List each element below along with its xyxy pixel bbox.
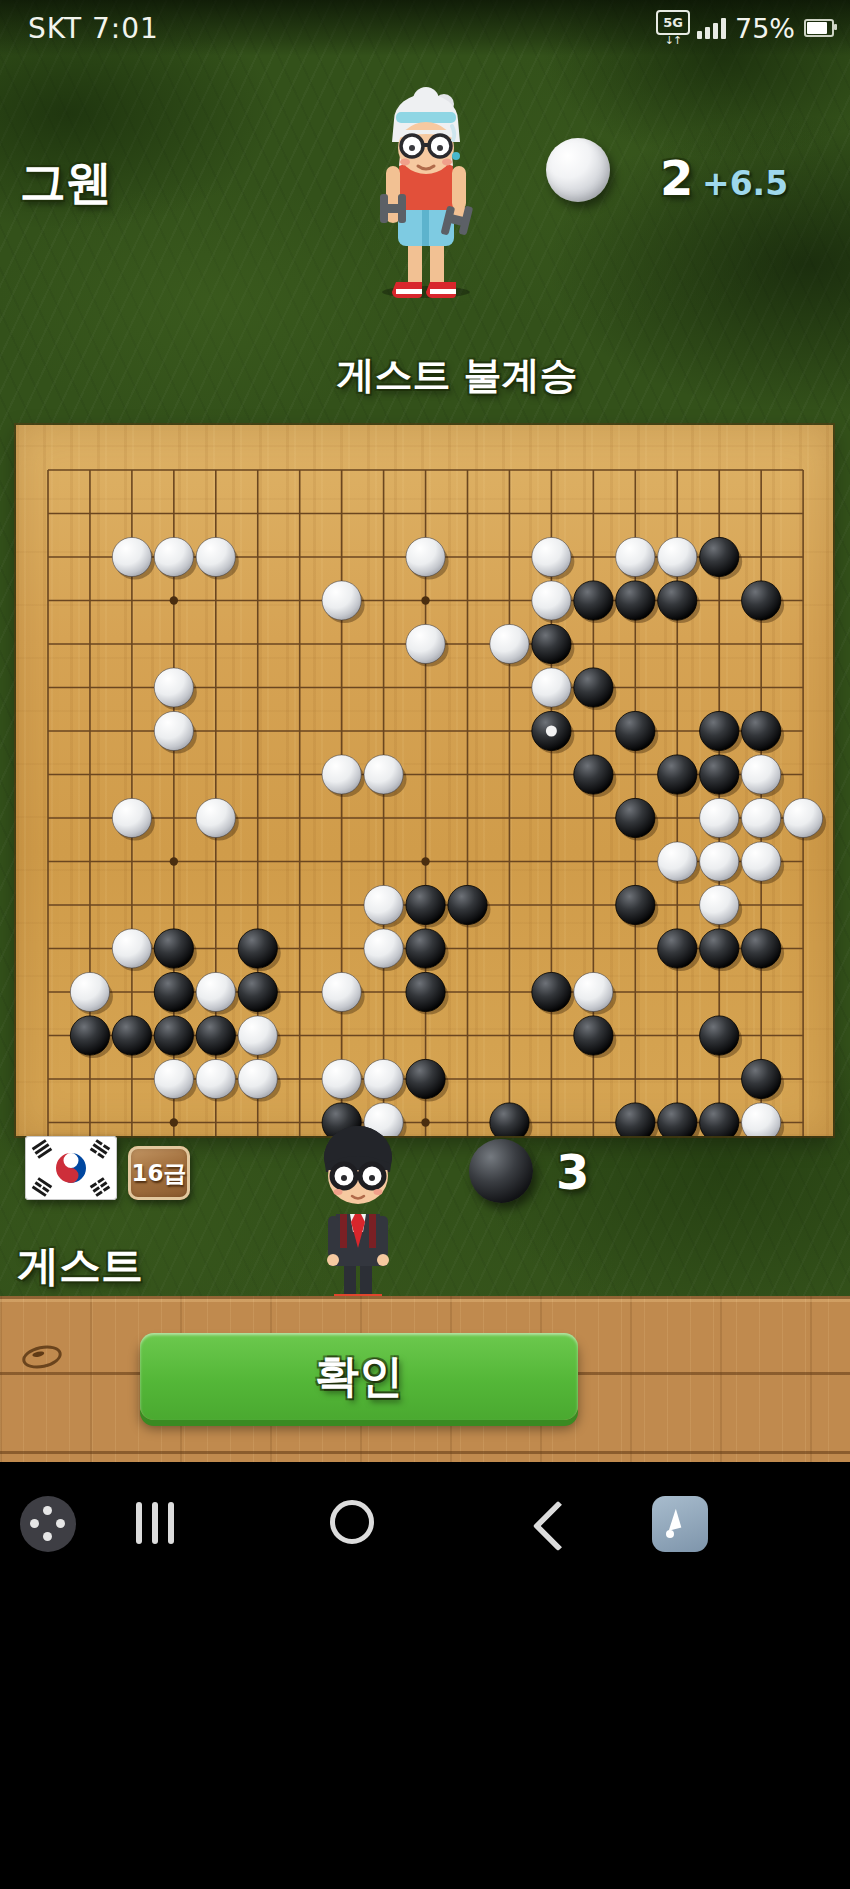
back-icon[interactable] bbox=[533, 1501, 584, 1552]
black-stone bbox=[154, 1016, 193, 1055]
korea-flag-icon bbox=[25, 1136, 117, 1200]
white-stone bbox=[364, 1059, 403, 1098]
white-stone bbox=[112, 537, 151, 576]
black-stone bbox=[700, 755, 739, 794]
white-stone bbox=[238, 1059, 277, 1098]
game-tools-floating-icon[interactable] bbox=[20, 1496, 76, 1552]
black-stone bbox=[70, 1016, 109, 1055]
board-stones bbox=[70, 537, 826, 1136]
white-stone bbox=[238, 1016, 277, 1055]
black-stone bbox=[532, 972, 571, 1011]
white-stone bbox=[196, 537, 235, 576]
black-stone bbox=[658, 1103, 697, 1136]
black-stone bbox=[658, 581, 697, 620]
rank-badge: 16급 bbox=[128, 1146, 190, 1200]
white-stone bbox=[700, 798, 739, 837]
status-bar: SKT 7:01 5G ↓↑ 75% bbox=[0, 0, 850, 56]
white-stone bbox=[532, 581, 571, 620]
black-stone bbox=[742, 581, 781, 620]
app-screen: SKT 7:01 5G ↓↑ 75% 그웬 bbox=[0, 0, 850, 1889]
home-icon[interactable] bbox=[330, 1500, 374, 1544]
white-stone bbox=[70, 972, 109, 1011]
white-stone bbox=[364, 929, 403, 968]
black-capture-count: 3 bbox=[556, 1144, 589, 1200]
battery-icon bbox=[804, 19, 834, 37]
bottom-player-name: 게스트 bbox=[17, 1238, 143, 1294]
white-stone bbox=[154, 1059, 193, 1098]
white-stone bbox=[196, 798, 235, 837]
white-stone bbox=[742, 1103, 781, 1136]
black-stone bbox=[742, 1059, 781, 1098]
white-stone bbox=[196, 1059, 235, 1098]
confirm-button[interactable]: 확인 bbox=[140, 1333, 578, 1420]
black-stone bbox=[616, 885, 655, 924]
white-stone bbox=[490, 624, 529, 663]
black-stone bbox=[406, 929, 445, 968]
black-stone bbox=[574, 1016, 613, 1055]
white-stone bbox=[154, 537, 193, 576]
white-stone bbox=[322, 1059, 361, 1098]
signal-strength-icon bbox=[697, 17, 726, 39]
white-stone bbox=[154, 711, 193, 750]
go-board[interactable] bbox=[16, 425, 833, 1136]
white-stone bbox=[112, 929, 151, 968]
black-stone bbox=[616, 1103, 655, 1136]
white-stone bbox=[742, 755, 781, 794]
black-stone bbox=[616, 711, 655, 750]
white-stone bbox=[658, 537, 697, 576]
white-stone bbox=[364, 885, 403, 924]
black-stone bbox=[742, 929, 781, 968]
white-stone bbox=[406, 624, 445, 663]
smart-select-icon[interactable] bbox=[652, 1496, 708, 1552]
white-stone bbox=[532, 537, 571, 576]
top-player-avatar bbox=[356, 86, 496, 298]
black-stone bbox=[700, 1016, 739, 1055]
bottom-player-avatar bbox=[300, 1118, 416, 1308]
white-capture-count: 2 bbox=[660, 150, 693, 206]
black-stone bbox=[406, 972, 445, 1011]
black-stone bbox=[406, 885, 445, 924]
white-stone bbox=[784, 798, 823, 837]
white-stone bbox=[616, 537, 655, 576]
white-stone bbox=[700, 842, 739, 881]
black-stone bbox=[700, 537, 739, 576]
white-stone bbox=[406, 537, 445, 576]
white-stone bbox=[364, 755, 403, 794]
black-stone bbox=[616, 581, 655, 620]
white-stone bbox=[658, 842, 697, 881]
top-player-name: 그웬 bbox=[20, 152, 112, 214]
komi-label: +6.5 bbox=[702, 164, 788, 203]
board-svg bbox=[16, 425, 833, 1136]
confirm-button-label: 확인 bbox=[315, 1347, 403, 1406]
black-stone bbox=[154, 972, 193, 1011]
black-stone bbox=[574, 755, 613, 794]
rank-label: 16급 bbox=[131, 1158, 186, 1189]
black-stone bbox=[658, 929, 697, 968]
white-stone bbox=[322, 972, 361, 1011]
black-stone bbox=[112, 1016, 151, 1055]
black-stone bbox=[490, 1103, 529, 1136]
black-stone bbox=[196, 1016, 235, 1055]
black-stone bbox=[700, 711, 739, 750]
black-stone-icon bbox=[469, 1139, 533, 1203]
last-move-marker bbox=[546, 726, 557, 737]
result-banner: 게스트 불계승 bbox=[0, 350, 850, 401]
black-stone bbox=[238, 972, 277, 1011]
black-stone bbox=[532, 624, 571, 663]
white-stone bbox=[112, 798, 151, 837]
black-stone bbox=[700, 1103, 739, 1136]
carrier-time-label: SKT 7:01 bbox=[28, 12, 159, 45]
black-stone bbox=[574, 668, 613, 707]
black-stone bbox=[574, 581, 613, 620]
black-stone bbox=[238, 929, 277, 968]
black-stone bbox=[154, 929, 193, 968]
white-stone bbox=[532, 668, 571, 707]
white-stone bbox=[574, 972, 613, 1011]
white-stone bbox=[322, 581, 361, 620]
recents-icon[interactable] bbox=[136, 1502, 174, 1544]
black-stone bbox=[700, 929, 739, 968]
white-stone bbox=[322, 755, 361, 794]
white-stone bbox=[196, 972, 235, 1011]
white-stone bbox=[700, 885, 739, 924]
black-stone bbox=[406, 1059, 445, 1098]
white-stone-icon bbox=[546, 138, 610, 202]
white-stone bbox=[742, 842, 781, 881]
navigation-bar bbox=[0, 1462, 850, 1889]
battery-percent-label: 75% bbox=[735, 13, 795, 44]
network-5g-icon: 5G ↓↑ bbox=[658, 10, 688, 46]
black-stone bbox=[742, 711, 781, 750]
wood-knot bbox=[20, 1342, 64, 1372]
black-stone bbox=[448, 885, 487, 924]
white-stone bbox=[742, 798, 781, 837]
white-stone bbox=[154, 668, 193, 707]
black-stone bbox=[616, 798, 655, 837]
black-stone bbox=[658, 755, 697, 794]
